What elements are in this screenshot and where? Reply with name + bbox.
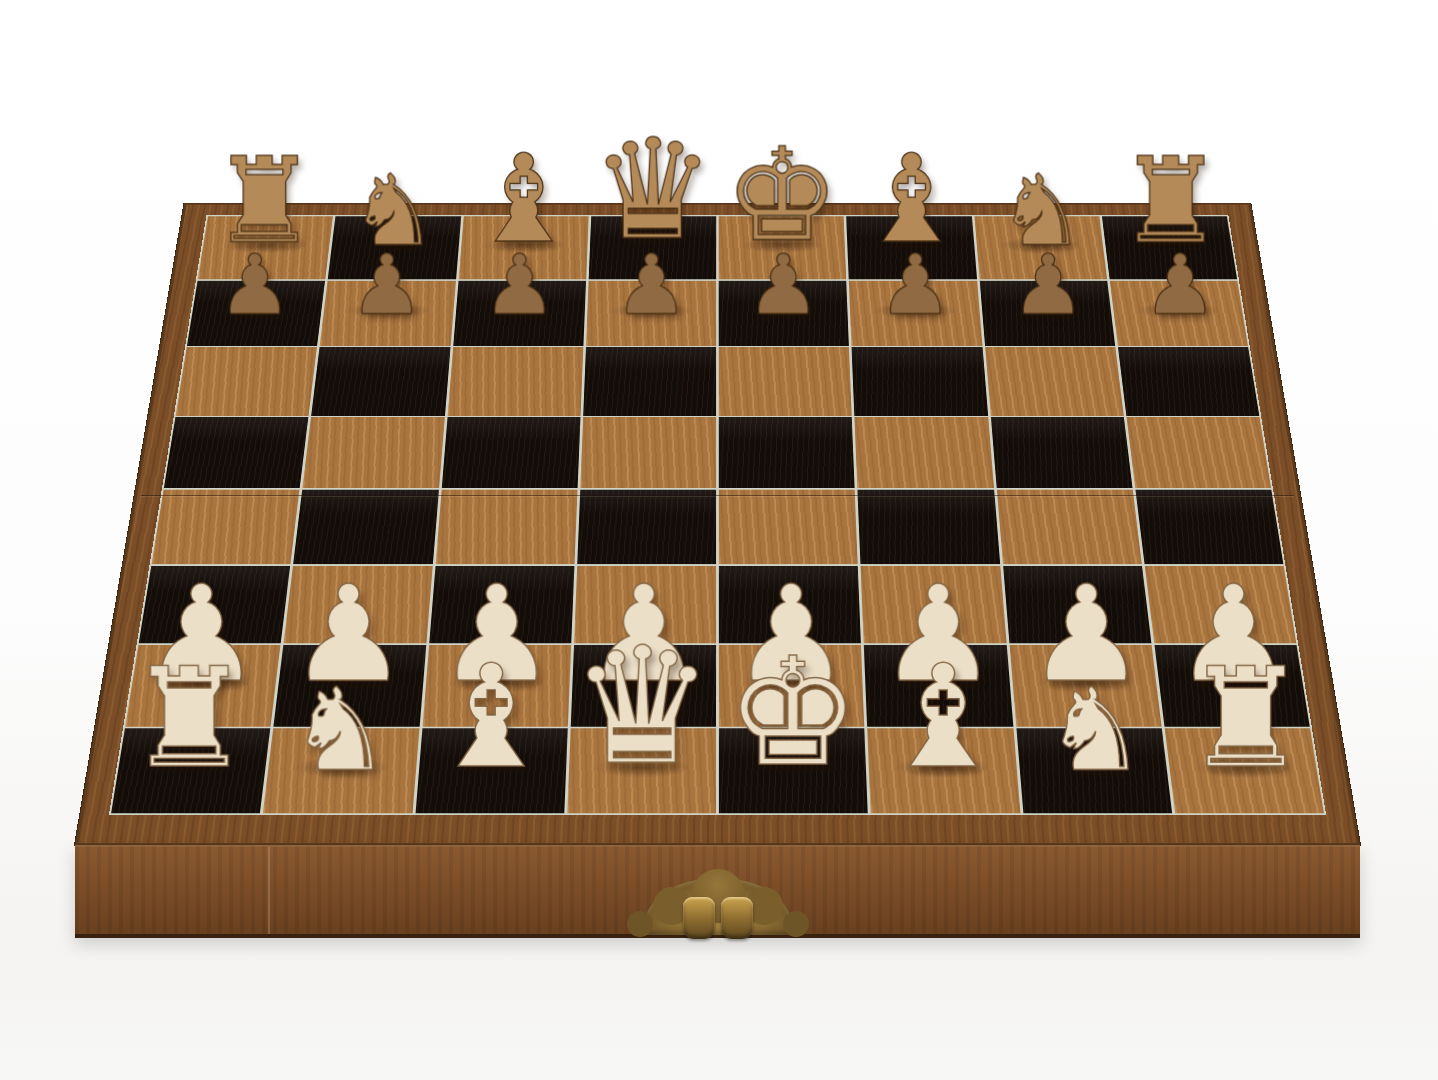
square-a1[interactable]: ♜ — [111, 728, 270, 813]
square-e1[interactable]: ♚ — [719, 728, 868, 813]
black-pawn-d7[interactable]: ♟ — [614, 243, 688, 326]
square-g6[interactable] — [985, 347, 1124, 415]
photo-stage: ♜♞♝♛♚♝♞♜♟♟♟♟♟♟♟♟♟♟♟♟♟♟♟♟♜♞♝♛♚♝♞♜ — [0, 0, 1438, 1080]
square-d4[interactable] — [577, 490, 716, 564]
square-b4[interactable] — [293, 490, 438, 564]
square-b7[interactable]: ♟ — [320, 280, 456, 345]
square-a7[interactable]: ♟ — [187, 280, 325, 345]
square-e6[interactable] — [719, 347, 852, 415]
brass-clasp — [643, 879, 793, 935]
square-g4[interactable] — [996, 490, 1141, 564]
black-pawn-c7[interactable]: ♟ — [482, 243, 556, 326]
black-pawn-e7[interactable]: ♟ — [746, 243, 820, 326]
square-a5[interactable] — [164, 417, 309, 488]
square-g1[interactable]: ♞ — [1016, 728, 1172, 813]
board-grid: ♜♞♝♛♚♝♞♜♟♟♟♟♟♟♟♟♟♟♟♟♟♟♟♟♜♞♝♛♚♝♞♜ — [109, 215, 1326, 814]
board-top-surface: ♜♞♝♛♚♝♞♜♟♟♟♟♟♟♟♟♟♟♟♟♟♟♟♟♜♞♝♛♚♝♞♜ — [75, 203, 1360, 845]
square-d1[interactable]: ♛ — [567, 728, 716, 813]
square-h5[interactable] — [1126, 417, 1271, 488]
square-d6[interactable] — [583, 347, 716, 415]
square-c1[interactable]: ♝ — [415, 728, 567, 813]
black-pawn-b7[interactable]: ♟ — [350, 243, 424, 326]
white-rook-h1[interactable]: ♜ — [1184, 650, 1308, 788]
black-pawn-f7[interactable]: ♟ — [879, 243, 953, 326]
square-f7[interactable]: ♟ — [849, 280, 982, 345]
white-bishop-c1[interactable]: ♝ — [428, 646, 555, 788]
square-d7[interactable]: ♟ — [586, 280, 716, 345]
white-bishop-f1[interactable]: ♝ — [880, 646, 1007, 788]
square-f5[interactable] — [855, 417, 994, 488]
square-h6[interactable] — [1118, 347, 1259, 415]
square-g5[interactable] — [990, 417, 1132, 488]
square-c5[interactable] — [441, 417, 580, 488]
square-c7[interactable]: ♟ — [453, 280, 586, 345]
white-king-e1[interactable]: ♚ — [726, 638, 860, 788]
square-a6[interactable] — [176, 347, 317, 415]
square-f1[interactable]: ♝ — [867, 728, 1020, 813]
board-fold-seam — [141, 495, 1294, 496]
square-d5[interactable] — [580, 417, 716, 488]
clasp-knob-left — [683, 897, 715, 939]
white-queen-d1[interactable]: ♛ — [570, 626, 715, 787]
square-h1[interactable]: ♜ — [1164, 728, 1323, 813]
black-pawn-h7[interactable]: ♟ — [1143, 243, 1217, 326]
square-f4[interactable] — [858, 490, 1000, 564]
square-h7[interactable]: ♟ — [1110, 280, 1248, 345]
square-f6[interactable] — [852, 347, 988, 415]
square-h4[interactable] — [1135, 490, 1283, 564]
square-c4[interactable] — [435, 490, 577, 564]
square-c6[interactable] — [447, 347, 583, 415]
square-e4[interactable] — [719, 490, 858, 564]
white-knight-g1[interactable]: ♞ — [1044, 673, 1146, 787]
white-knight-b1[interactable]: ♞ — [289, 673, 391, 787]
black-pawn-a7[interactable]: ♟ — [218, 243, 292, 326]
square-g7[interactable]: ♟ — [979, 280, 1115, 345]
square-a4[interactable] — [152, 490, 300, 564]
clasp-knobs — [681, 897, 755, 939]
black-pawn-g7[interactable]: ♟ — [1011, 243, 1085, 326]
square-e7[interactable]: ♟ — [719, 280, 849, 345]
clasp-knob-right — [721, 897, 753, 939]
square-b5[interactable] — [303, 417, 445, 488]
square-b1[interactable]: ♞ — [263, 728, 419, 813]
white-rook-a1[interactable]: ♜ — [128, 650, 252, 788]
square-b6[interactable] — [311, 347, 450, 415]
square-e5[interactable] — [719, 417, 855, 488]
box-front-face — [75, 845, 1360, 938]
